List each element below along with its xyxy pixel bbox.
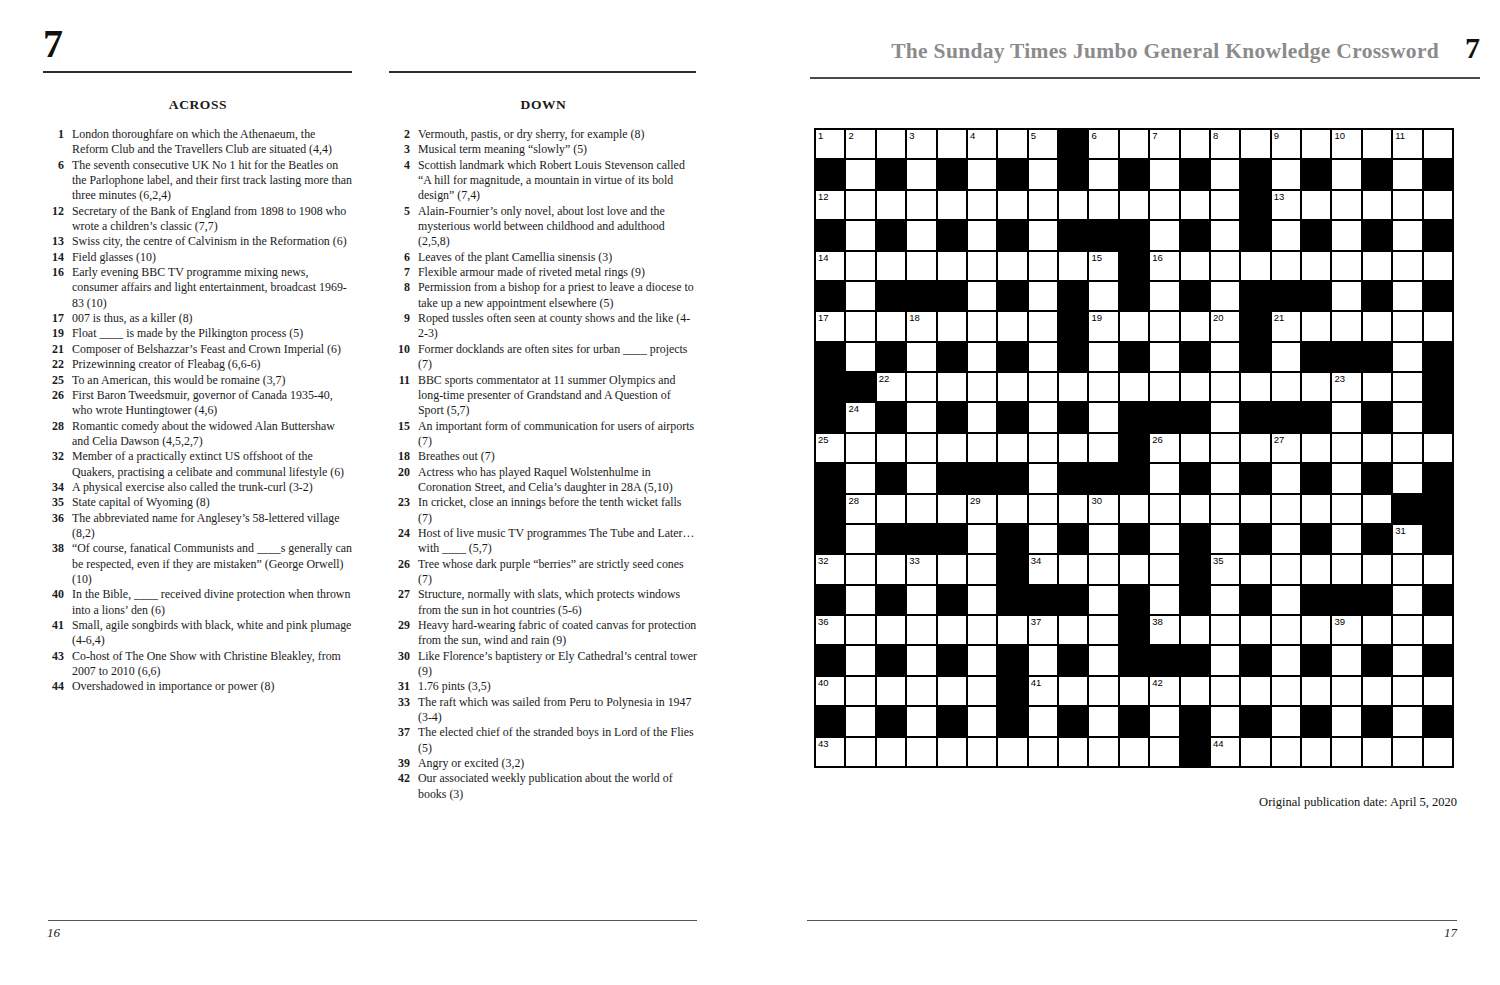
white-cell[interactable]: [907, 464, 935, 492]
white-cell[interactable]: [907, 403, 935, 431]
white-cell[interactable]: [1181, 191, 1209, 219]
white-cell[interactable]: [1120, 191, 1148, 219]
white-cell[interactable]: [1211, 434, 1239, 462]
white-cell[interactable]: [1059, 434, 1087, 462]
white-cell[interactable]: [1363, 312, 1391, 340]
white-cell[interactable]: [1241, 434, 1269, 462]
white-cell[interactable]: [1424, 677, 1452, 705]
white-cell[interactable]: [907, 191, 935, 219]
white-cell[interactable]: [998, 191, 1026, 219]
white-cell[interactable]: 31: [1393, 525, 1421, 553]
white-cell[interactable]: [907, 343, 935, 371]
white-cell[interactable]: [1150, 312, 1178, 340]
white-cell[interactable]: [1120, 373, 1148, 401]
white-cell[interactable]: [907, 616, 935, 644]
white-cell[interactable]: 20: [1211, 312, 1239, 340]
white-cell[interactable]: [938, 677, 966, 705]
white-cell[interactable]: [907, 221, 935, 249]
white-cell[interactable]: [1211, 343, 1239, 371]
white-cell[interactable]: 34: [1029, 555, 1057, 583]
white-cell[interactable]: [1089, 191, 1117, 219]
white-cell[interactable]: [1211, 677, 1239, 705]
white-cell[interactable]: [1150, 738, 1178, 766]
white-cell[interactable]: [1089, 677, 1117, 705]
white-cell[interactable]: [1211, 252, 1239, 280]
white-cell[interactable]: [1120, 130, 1148, 158]
white-cell[interactable]: [907, 160, 935, 188]
white-cell[interactable]: [1272, 464, 1300, 492]
white-cell[interactable]: [1029, 373, 1057, 401]
white-cell[interactable]: [846, 586, 874, 614]
white-cell[interactable]: [1332, 677, 1360, 705]
white-cell[interactable]: 43: [816, 738, 844, 766]
white-cell[interactable]: 10: [1332, 130, 1360, 158]
white-cell[interactable]: [1332, 738, 1360, 766]
white-cell[interactable]: [907, 373, 935, 401]
white-cell[interactable]: [907, 677, 935, 705]
white-cell[interactable]: 15: [1089, 252, 1117, 280]
white-cell[interactable]: [1332, 191, 1360, 219]
white-cell[interactable]: [1332, 707, 1360, 735]
white-cell[interactable]: [968, 586, 996, 614]
white-cell[interactable]: [968, 616, 996, 644]
white-cell[interactable]: [968, 312, 996, 340]
white-cell[interactable]: [1393, 434, 1421, 462]
white-cell[interactable]: [968, 221, 996, 249]
white-cell[interactable]: [1211, 616, 1239, 644]
white-cell[interactable]: 37: [1029, 616, 1057, 644]
white-cell[interactable]: [846, 707, 874, 735]
white-cell[interactable]: [1424, 252, 1452, 280]
white-cell[interactable]: [1181, 495, 1209, 523]
white-cell[interactable]: [877, 434, 905, 462]
white-cell[interactable]: [968, 677, 996, 705]
white-cell[interactable]: [846, 160, 874, 188]
white-cell[interactable]: [1211, 707, 1239, 735]
white-cell[interactable]: [1029, 434, 1057, 462]
white-cell[interactable]: [1363, 677, 1391, 705]
white-cell[interactable]: [998, 252, 1026, 280]
white-cell[interactable]: 22: [877, 373, 905, 401]
white-cell[interactable]: [1241, 616, 1269, 644]
white-cell[interactable]: [1211, 586, 1239, 614]
white-cell[interactable]: [1089, 373, 1117, 401]
white-cell[interactable]: 27: [1272, 434, 1300, 462]
white-cell[interactable]: [846, 191, 874, 219]
white-cell[interactable]: [1332, 312, 1360, 340]
white-cell[interactable]: [1150, 282, 1178, 310]
white-cell[interactable]: 9: [1272, 130, 1300, 158]
white-cell[interactable]: [1241, 677, 1269, 705]
white-cell[interactable]: [1272, 373, 1300, 401]
white-cell[interactable]: 12: [816, 191, 844, 219]
white-cell[interactable]: [1302, 616, 1330, 644]
white-cell[interactable]: [1059, 677, 1087, 705]
white-cell[interactable]: [1393, 282, 1421, 310]
white-cell[interactable]: [1029, 707, 1057, 735]
white-cell[interactable]: [998, 495, 1026, 523]
white-cell[interactable]: [1181, 434, 1209, 462]
white-cell[interactable]: [1272, 495, 1300, 523]
white-cell[interactable]: [877, 555, 905, 583]
white-cell[interactable]: [1332, 495, 1360, 523]
white-cell[interactable]: [1029, 191, 1057, 219]
white-cell[interactable]: [968, 282, 996, 310]
white-cell[interactable]: [1181, 130, 1209, 158]
white-cell[interactable]: [907, 495, 935, 523]
white-cell[interactable]: [1272, 586, 1300, 614]
white-cell[interactable]: [938, 373, 966, 401]
white-cell[interactable]: [1211, 464, 1239, 492]
white-cell[interactable]: [1029, 252, 1057, 280]
white-cell[interactable]: 19: [1089, 312, 1117, 340]
white-cell[interactable]: [1302, 555, 1330, 583]
white-cell[interactable]: [1029, 221, 1057, 249]
white-cell[interactable]: [1059, 191, 1087, 219]
white-cell[interactable]: [1272, 738, 1300, 766]
white-cell[interactable]: [968, 646, 996, 674]
white-cell[interactable]: [1272, 616, 1300, 644]
white-cell[interactable]: [1150, 343, 1178, 371]
white-cell[interactable]: [1089, 738, 1117, 766]
white-cell[interactable]: [1120, 738, 1148, 766]
white-cell[interactable]: [1150, 373, 1178, 401]
white-cell[interactable]: [1424, 191, 1452, 219]
white-cell[interactable]: [1393, 252, 1421, 280]
white-cell[interactable]: [1302, 677, 1330, 705]
white-cell[interactable]: [998, 434, 1026, 462]
white-cell[interactable]: [1241, 130, 1269, 158]
white-cell[interactable]: 1: [816, 130, 844, 158]
white-cell[interactable]: [968, 160, 996, 188]
white-cell[interactable]: 7: [1150, 130, 1178, 158]
white-cell[interactable]: 32: [816, 555, 844, 583]
white-cell[interactable]: [1393, 677, 1421, 705]
white-cell[interactable]: [938, 130, 966, 158]
white-cell[interactable]: [1089, 646, 1117, 674]
white-cell[interactable]: [1363, 252, 1391, 280]
white-cell[interactable]: [1332, 252, 1360, 280]
white-cell[interactable]: [1332, 434, 1360, 462]
white-cell[interactable]: [1181, 677, 1209, 705]
white-cell[interactable]: 39: [1332, 616, 1360, 644]
white-cell[interactable]: [1393, 616, 1421, 644]
white-cell[interactable]: [1211, 495, 1239, 523]
white-cell[interactable]: [938, 252, 966, 280]
white-cell[interactable]: [1272, 525, 1300, 553]
white-cell[interactable]: [1211, 191, 1239, 219]
white-cell[interactable]: [1393, 646, 1421, 674]
white-cell[interactable]: [1211, 525, 1239, 553]
white-cell[interactable]: [1332, 646, 1360, 674]
white-cell[interactable]: 8: [1211, 130, 1239, 158]
white-cell[interactable]: [1089, 434, 1117, 462]
white-cell[interactable]: [938, 312, 966, 340]
white-cell[interactable]: [1393, 312, 1421, 340]
white-cell[interactable]: [968, 343, 996, 371]
white-cell[interactable]: [907, 586, 935, 614]
white-cell[interactable]: 3: [907, 130, 935, 158]
white-cell[interactable]: 23: [1332, 373, 1360, 401]
white-cell[interactable]: [1424, 616, 1452, 644]
white-cell[interactable]: [1272, 160, 1300, 188]
white-cell[interactable]: 11: [1393, 130, 1421, 158]
white-cell[interactable]: [1363, 738, 1391, 766]
white-cell[interactable]: [1089, 343, 1117, 371]
white-cell[interactable]: [907, 434, 935, 462]
white-cell[interactable]: [1363, 373, 1391, 401]
white-cell[interactable]: [1332, 160, 1360, 188]
white-cell[interactable]: [998, 616, 1026, 644]
white-cell[interactable]: [938, 616, 966, 644]
white-cell[interactable]: [1332, 555, 1360, 583]
white-cell[interactable]: [1332, 403, 1360, 431]
white-cell[interactable]: [846, 738, 874, 766]
white-cell[interactable]: [1241, 555, 1269, 583]
white-cell[interactable]: [846, 282, 874, 310]
white-cell[interactable]: [968, 434, 996, 462]
white-cell[interactable]: 40: [816, 677, 844, 705]
white-cell[interactable]: [1089, 282, 1117, 310]
white-cell[interactable]: [968, 373, 996, 401]
white-cell[interactable]: 29: [968, 495, 996, 523]
white-cell[interactable]: 13: [1272, 191, 1300, 219]
white-cell[interactable]: [998, 130, 1026, 158]
white-cell[interactable]: [1029, 403, 1057, 431]
white-cell[interactable]: [1393, 586, 1421, 614]
white-cell[interactable]: [1029, 646, 1057, 674]
white-cell[interactable]: [877, 252, 905, 280]
white-cell[interactable]: [968, 555, 996, 583]
white-cell[interactable]: [1302, 434, 1330, 462]
white-cell[interactable]: [1393, 403, 1421, 431]
white-cell[interactable]: [877, 677, 905, 705]
white-cell[interactable]: [1181, 252, 1209, 280]
white-cell[interactable]: [1150, 555, 1178, 583]
white-cell[interactable]: [1089, 160, 1117, 188]
white-cell[interactable]: [1029, 525, 1057, 553]
white-cell[interactable]: [1029, 312, 1057, 340]
white-cell[interactable]: [1029, 495, 1057, 523]
white-cell[interactable]: [1393, 191, 1421, 219]
white-cell[interactable]: [1211, 282, 1239, 310]
white-cell[interactable]: [1029, 738, 1057, 766]
white-cell[interactable]: [1424, 434, 1452, 462]
white-cell[interactable]: [998, 738, 1026, 766]
white-cell[interactable]: [907, 252, 935, 280]
white-cell[interactable]: [1302, 373, 1330, 401]
white-cell[interactable]: [1059, 495, 1087, 523]
white-cell[interactable]: 6: [1089, 130, 1117, 158]
white-cell[interactable]: [1393, 160, 1421, 188]
white-cell[interactable]: [1332, 282, 1360, 310]
white-cell[interactable]: 25: [816, 434, 844, 462]
white-cell[interactable]: [1393, 221, 1421, 249]
white-cell[interactable]: 16: [1150, 252, 1178, 280]
white-cell[interactable]: 18: [907, 312, 935, 340]
white-cell[interactable]: [1272, 677, 1300, 705]
white-cell[interactable]: [1302, 252, 1330, 280]
white-cell[interactable]: [1029, 464, 1057, 492]
white-cell[interactable]: [1211, 373, 1239, 401]
white-cell[interactable]: [1059, 555, 1087, 583]
white-cell[interactable]: [1332, 221, 1360, 249]
white-cell[interactable]: [968, 403, 996, 431]
white-cell[interactable]: 26: [1150, 434, 1178, 462]
white-cell[interactable]: [1393, 555, 1421, 583]
white-cell[interactable]: [907, 707, 935, 735]
white-cell[interactable]: [938, 495, 966, 523]
white-cell[interactable]: [1272, 555, 1300, 583]
white-cell[interactable]: 35: [1211, 555, 1239, 583]
white-cell[interactable]: [998, 312, 1026, 340]
white-cell[interactable]: [1089, 403, 1117, 431]
white-cell[interactable]: [1181, 312, 1209, 340]
white-cell[interactable]: [1393, 738, 1421, 766]
white-cell[interactable]: [1150, 221, 1178, 249]
white-cell[interactable]: [1089, 616, 1117, 644]
white-cell[interactable]: [846, 312, 874, 340]
white-cell[interactable]: [846, 343, 874, 371]
white-cell[interactable]: [1241, 738, 1269, 766]
white-cell[interactable]: [877, 191, 905, 219]
white-cell[interactable]: 17: [816, 312, 844, 340]
white-cell[interactable]: [1424, 130, 1452, 158]
white-cell[interactable]: [877, 616, 905, 644]
white-cell[interactable]: [1059, 373, 1087, 401]
white-cell[interactable]: [846, 252, 874, 280]
white-cell[interactable]: [1211, 221, 1239, 249]
white-cell[interactable]: [877, 312, 905, 340]
white-cell[interactable]: [1120, 312, 1148, 340]
white-cell[interactable]: [1089, 525, 1117, 553]
white-cell[interactable]: [846, 434, 874, 462]
white-cell[interactable]: [1241, 373, 1269, 401]
white-cell[interactable]: [846, 555, 874, 583]
white-cell[interactable]: [846, 646, 874, 674]
white-cell[interactable]: [1302, 130, 1330, 158]
white-cell[interactable]: [1272, 343, 1300, 371]
white-cell[interactable]: [968, 738, 996, 766]
white-cell[interactable]: [1120, 555, 1148, 583]
white-cell[interactable]: [968, 525, 996, 553]
white-cell[interactable]: [1363, 616, 1391, 644]
white-cell[interactable]: [1393, 464, 1421, 492]
white-cell[interactable]: [907, 738, 935, 766]
white-cell[interactable]: [1029, 343, 1057, 371]
white-cell[interactable]: 14: [816, 252, 844, 280]
white-cell[interactable]: [846, 677, 874, 705]
white-cell[interactable]: 33: [907, 555, 935, 583]
white-cell[interactable]: 44: [1211, 738, 1239, 766]
white-cell[interactable]: [846, 616, 874, 644]
white-cell[interactable]: [846, 221, 874, 249]
white-cell[interactable]: 24: [846, 403, 874, 431]
white-cell[interactable]: [877, 738, 905, 766]
white-cell[interactable]: [968, 252, 996, 280]
white-cell[interactable]: 36: [816, 616, 844, 644]
white-cell[interactable]: [1150, 495, 1178, 523]
white-cell[interactable]: [877, 130, 905, 158]
white-cell[interactable]: [1272, 221, 1300, 249]
white-cell[interactable]: [1150, 525, 1178, 553]
white-cell[interactable]: [1272, 252, 1300, 280]
white-cell[interactable]: [1363, 130, 1391, 158]
white-cell[interactable]: [1211, 403, 1239, 431]
white-cell[interactable]: [1150, 160, 1178, 188]
white-cell[interactable]: [1272, 707, 1300, 735]
white-cell[interactable]: [1332, 525, 1360, 553]
white-cell[interactable]: [1150, 707, 1178, 735]
white-cell[interactable]: [1332, 464, 1360, 492]
white-cell[interactable]: [1363, 434, 1391, 462]
white-cell[interactable]: [1302, 738, 1330, 766]
white-cell[interactable]: [1363, 191, 1391, 219]
white-cell[interactable]: [938, 191, 966, 219]
white-cell[interactable]: [1424, 555, 1452, 583]
white-cell[interactable]: 41: [1029, 677, 1057, 705]
white-cell[interactable]: [1211, 160, 1239, 188]
white-cell[interactable]: [998, 373, 1026, 401]
white-cell[interactable]: [1059, 252, 1087, 280]
white-cell[interactable]: 30: [1089, 495, 1117, 523]
white-cell[interactable]: 42: [1150, 677, 1178, 705]
white-cell[interactable]: [1181, 373, 1209, 401]
white-cell[interactable]: [938, 738, 966, 766]
white-cell[interactable]: 38: [1150, 616, 1178, 644]
white-cell[interactable]: [1059, 738, 1087, 766]
white-cell[interactable]: [846, 464, 874, 492]
white-cell[interactable]: [1120, 495, 1148, 523]
white-cell[interactable]: [1120, 677, 1148, 705]
white-cell[interactable]: [1181, 616, 1209, 644]
white-cell[interactable]: [1089, 586, 1117, 614]
white-cell[interactable]: [907, 646, 935, 674]
white-cell[interactable]: [1424, 312, 1452, 340]
white-cell[interactable]: [1150, 464, 1178, 492]
white-cell[interactable]: 21: [1272, 312, 1300, 340]
white-cell[interactable]: [938, 555, 966, 583]
white-cell[interactable]: [877, 495, 905, 523]
white-cell[interactable]: [968, 191, 996, 219]
white-cell[interactable]: 4: [968, 130, 996, 158]
white-cell[interactable]: [846, 525, 874, 553]
white-cell[interactable]: [1150, 191, 1178, 219]
white-cell[interactable]: [1241, 252, 1269, 280]
white-cell[interactable]: [1089, 555, 1117, 583]
white-cell[interactable]: [1393, 373, 1421, 401]
white-cell[interactable]: [1302, 495, 1330, 523]
white-cell[interactable]: [1241, 495, 1269, 523]
white-cell[interactable]: [1302, 191, 1330, 219]
white-cell[interactable]: [938, 434, 966, 462]
white-cell[interactable]: [1089, 707, 1117, 735]
white-cell[interactable]: [1424, 738, 1452, 766]
white-cell[interactable]: 5: [1029, 130, 1057, 158]
white-cell[interactable]: [1211, 646, 1239, 674]
white-cell[interactable]: [968, 707, 996, 735]
white-cell[interactable]: [1393, 343, 1421, 371]
white-cell[interactable]: [1059, 616, 1087, 644]
white-cell[interactable]: [1150, 586, 1178, 614]
white-cell[interactable]: [1029, 160, 1057, 188]
white-cell[interactable]: [1393, 707, 1421, 735]
white-cell[interactable]: [1029, 282, 1057, 310]
white-cell[interactable]: [1302, 312, 1330, 340]
white-cell[interactable]: [1272, 646, 1300, 674]
white-cell[interactable]: 2: [846, 130, 874, 158]
white-cell[interactable]: [1363, 555, 1391, 583]
